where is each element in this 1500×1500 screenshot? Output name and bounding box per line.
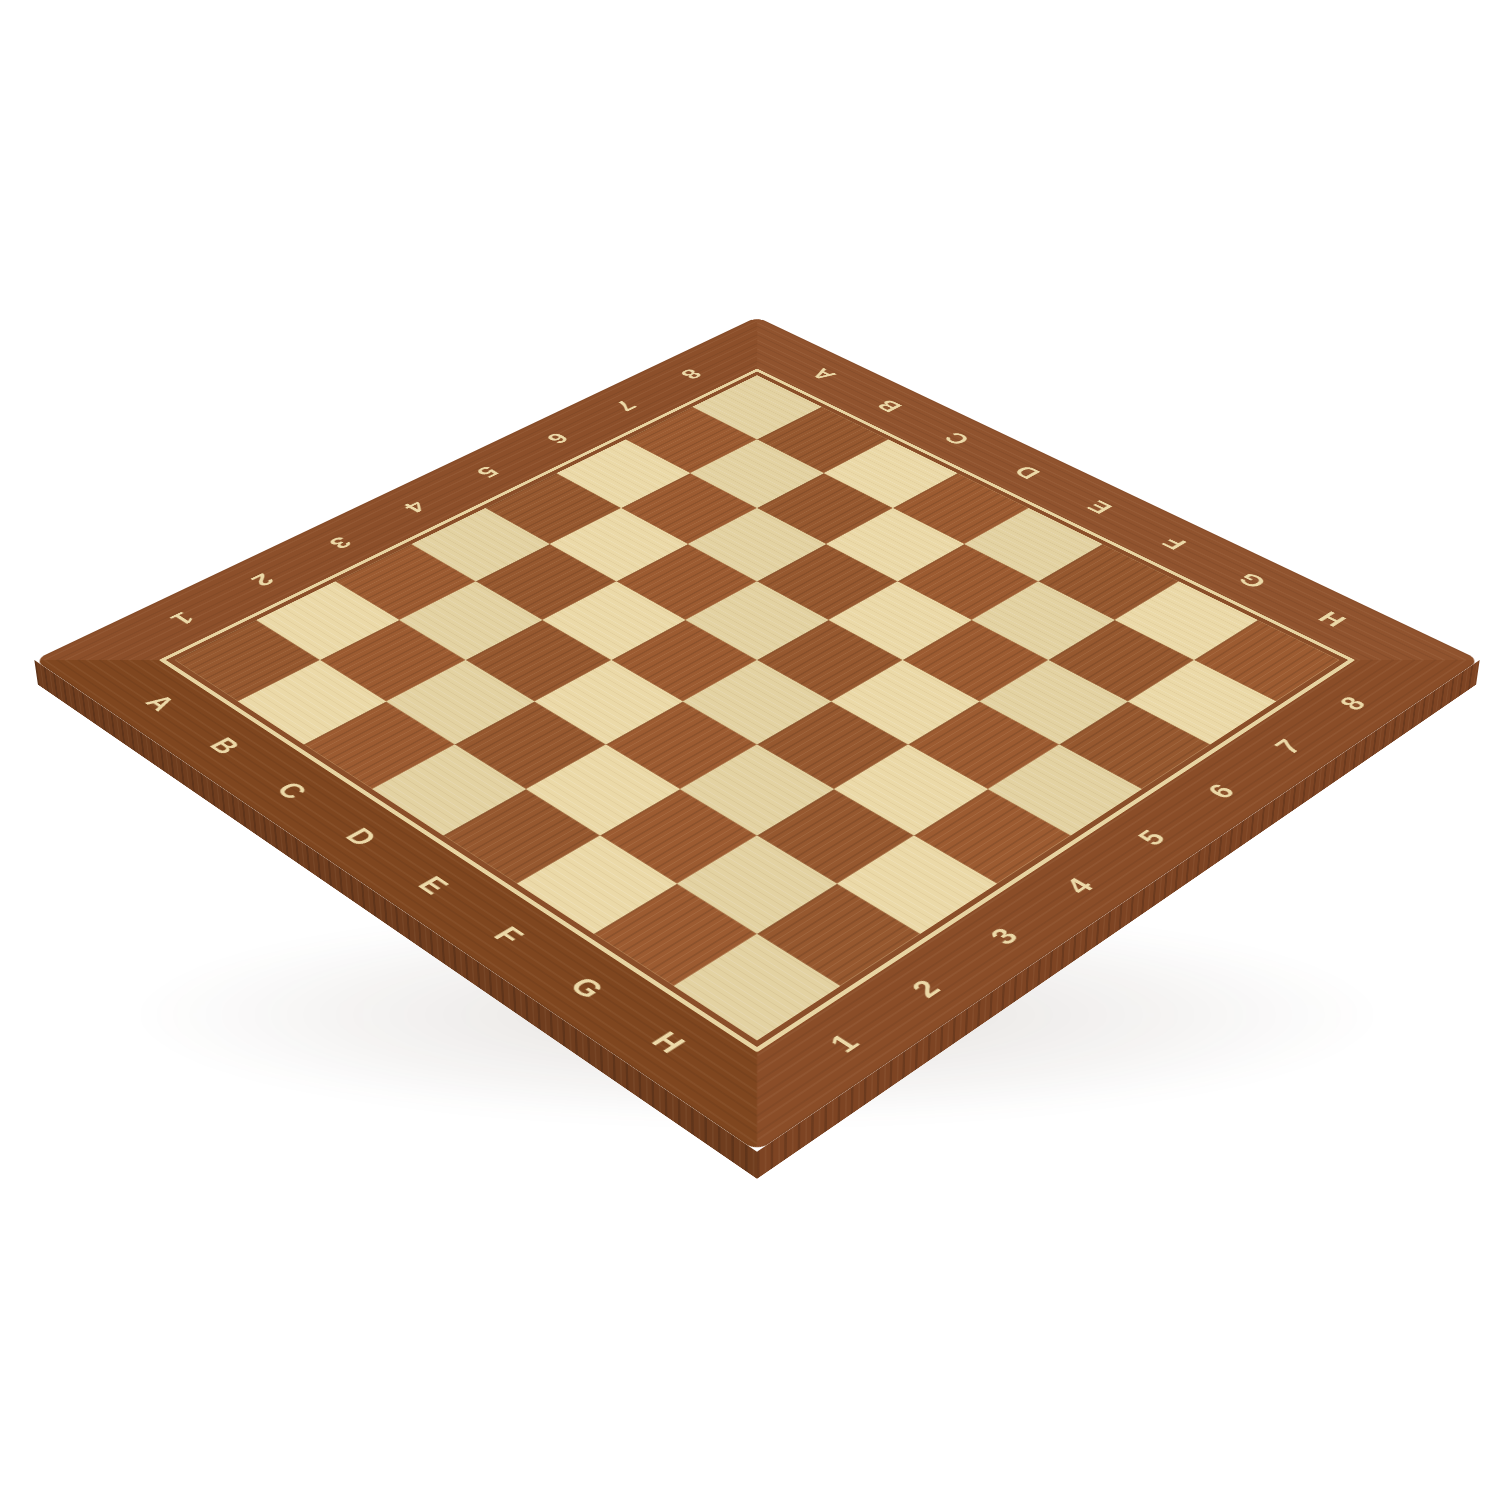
square-d3 (535, 660, 683, 744)
square-f2 (600, 789, 757, 884)
square-h3 (837, 836, 997, 934)
square-g1 (594, 884, 757, 986)
coordinate-label-e-lower-left: E (413, 872, 456, 898)
coordinate-label-f-lower-left: F (488, 923, 530, 949)
square-d1 (372, 744, 526, 835)
square-h5 (988, 744, 1142, 835)
chess-board: 8765432187654321ABCDEFGHABCDEFGH (34, 317, 1479, 1152)
square-h7 (1128, 660, 1276, 744)
coordinate-label-d-lower-left: D (340, 824, 383, 850)
square-f1 (517, 836, 677, 934)
coordinate-label-g-lower-left: G (564, 973, 611, 1003)
square-e1 (443, 789, 600, 884)
square-h1 (674, 934, 841, 1041)
coordinate-label-c-lower-left: C (271, 778, 314, 803)
coordinate-label-5-lower-right: 5 (1132, 826, 1172, 849)
product-photo-canvas: 8765432187654321ABCDEFGHABCDEFGH (0, 0, 1500, 1500)
square-e4 (683, 660, 831, 744)
coordinate-label-7-lower-right: 7 (1269, 735, 1308, 757)
square-c2 (386, 660, 534, 744)
coordinate-label-6-lower-right: 6 (1202, 780, 1241, 802)
square-h4 (914, 789, 1071, 884)
coordinate-label-1-lower-right: 1 (824, 1029, 866, 1056)
board-top-face: 8765432187654321ABCDEFGHABCDEFGH (34, 317, 1479, 1152)
square-g5 (908, 701, 1059, 789)
playing-field (174, 375, 1339, 1040)
square-g4 (834, 744, 988, 835)
square-g6 (979, 660, 1127, 744)
coordinate-label-2-lower-right: 2 (906, 975, 948, 1001)
square-f4 (757, 701, 908, 789)
square-c1 (304, 701, 455, 789)
coordinate-label-a-lower-left: A (140, 691, 181, 714)
square-b1 (238, 660, 386, 744)
square-g2 (677, 836, 837, 934)
square-d2 (455, 701, 606, 789)
square-e3 (606, 701, 757, 789)
coordinate-label-8-lower-right: 8 (1334, 693, 1372, 714)
square-f5 (831, 660, 979, 744)
coordinate-label-3-lower-right: 3 (984, 923, 1025, 948)
square-f3 (680, 744, 834, 835)
coordinate-label-b-lower-left: B (204, 734, 246, 758)
square-g3 (757, 789, 914, 884)
coordinate-label-h-lower-left: H (646, 1027, 693, 1057)
square-e2 (526, 744, 680, 835)
square-h6 (1059, 701, 1210, 789)
coordinate-label-4-lower-right: 4 (1060, 873, 1100, 897)
scene: 8765432187654321ABCDEFGHABCDEFGH (0, 0, 1500, 1500)
square-h2 (757, 884, 920, 986)
